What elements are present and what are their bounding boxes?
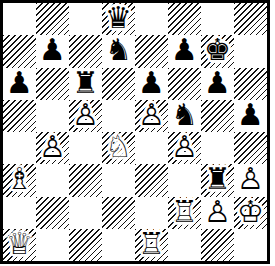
square-h8[interactable] xyxy=(234,3,267,35)
square-d2[interactable] xyxy=(102,197,135,229)
piece-white-queen: ♕ xyxy=(6,229,33,259)
square-b7[interactable]: ♟ xyxy=(36,35,69,67)
piece-white-pawn: ♙ xyxy=(204,197,231,227)
square-a4[interactable] xyxy=(3,132,36,164)
square-f4[interactable]: ♙ xyxy=(168,132,201,164)
square-a3[interactable]: ♗ xyxy=(3,164,36,196)
square-g1[interactable] xyxy=(201,229,234,261)
square-e3[interactable] xyxy=(135,164,168,196)
square-b8[interactable] xyxy=(36,3,69,35)
board-frame: ♛♟♞♟♚♟♜♟♟♙♙♞♟♙♘♙♗♜♙♖♙♔♕♖ xyxy=(0,0,270,264)
piece-white-pawn: ♙ xyxy=(237,164,264,194)
piece-black-pawn: ♟ xyxy=(171,35,198,65)
square-c6[interactable]: ♜ xyxy=(69,68,102,100)
piece-white-pawn: ♙ xyxy=(138,100,165,130)
piece-white-rook: ♖ xyxy=(138,229,165,259)
square-d6[interactable] xyxy=(102,68,135,100)
square-g8[interactable] xyxy=(201,3,234,35)
square-h6[interactable] xyxy=(234,68,267,100)
square-b6[interactable] xyxy=(36,68,69,100)
square-a8[interactable] xyxy=(3,3,36,35)
square-c8[interactable] xyxy=(69,3,102,35)
square-g6[interactable]: ♟ xyxy=(201,68,234,100)
square-a5[interactable] xyxy=(3,100,36,132)
square-e7[interactable] xyxy=(135,35,168,67)
piece-white-pawn: ♙ xyxy=(171,132,198,162)
square-h3[interactable]: ♙ xyxy=(234,164,267,196)
piece-black-rook: ♜ xyxy=(204,164,231,194)
square-f7[interactable]: ♟ xyxy=(168,35,201,67)
square-c2[interactable] xyxy=(69,197,102,229)
square-f6[interactable] xyxy=(168,68,201,100)
piece-black-pawn: ♟ xyxy=(6,68,33,98)
square-a7[interactable] xyxy=(3,35,36,67)
square-h1[interactable] xyxy=(234,229,267,261)
square-c5[interactable]: ♙ xyxy=(69,100,102,132)
square-g4[interactable] xyxy=(201,132,234,164)
square-d1[interactable] xyxy=(102,229,135,261)
square-h5[interactable]: ♟ xyxy=(234,100,267,132)
square-f8[interactable] xyxy=(168,3,201,35)
square-a6[interactable]: ♟ xyxy=(3,68,36,100)
square-e8[interactable] xyxy=(135,3,168,35)
piece-black-queen: ♛ xyxy=(105,3,132,33)
square-f3[interactable] xyxy=(168,164,201,196)
square-c1[interactable] xyxy=(69,229,102,261)
piece-white-pawn: ♙ xyxy=(39,132,66,162)
square-e5[interactable]: ♙ xyxy=(135,100,168,132)
piece-white-knight: ♘ xyxy=(105,132,132,162)
piece-black-king: ♚ xyxy=(204,35,231,65)
square-g3[interactable]: ♜ xyxy=(201,164,234,196)
square-h7[interactable] xyxy=(234,35,267,67)
square-d3[interactable] xyxy=(102,164,135,196)
piece-black-rook: ♜ xyxy=(72,68,99,98)
square-d7[interactable]: ♞ xyxy=(102,35,135,67)
square-f1[interactable] xyxy=(168,229,201,261)
square-g7[interactable]: ♚ xyxy=(201,35,234,67)
square-e2[interactable] xyxy=(135,197,168,229)
piece-white-pawn: ♙ xyxy=(72,100,99,130)
square-a2[interactable] xyxy=(3,197,36,229)
square-e4[interactable] xyxy=(135,132,168,164)
square-g2[interactable]: ♙ xyxy=(201,197,234,229)
square-e6[interactable]: ♟ xyxy=(135,68,168,100)
piece-black-knight: ♞ xyxy=(105,35,132,65)
square-b4[interactable]: ♙ xyxy=(36,132,69,164)
piece-white-king: ♔ xyxy=(237,197,264,227)
piece-white-bishop: ♗ xyxy=(6,164,33,194)
square-d8[interactable]: ♛ xyxy=(102,3,135,35)
square-f5[interactable]: ♞ xyxy=(168,100,201,132)
piece-black-pawn: ♟ xyxy=(138,68,165,98)
square-d5[interactable] xyxy=(102,100,135,132)
square-f2[interactable]: ♖ xyxy=(168,197,201,229)
square-c3[interactable] xyxy=(69,164,102,196)
square-a1[interactable]: ♕ xyxy=(3,229,36,261)
piece-black-pawn: ♟ xyxy=(39,35,66,65)
square-c4[interactable] xyxy=(69,132,102,164)
piece-black-pawn: ♟ xyxy=(204,68,231,98)
piece-black-pawn: ♟ xyxy=(237,100,264,130)
chess-board: ♛♟♞♟♚♟♜♟♟♙♙♞♟♙♘♙♗♜♙♖♙♔♕♖ xyxy=(3,3,267,261)
piece-white-rook: ♖ xyxy=(171,197,198,227)
square-e1[interactable]: ♖ xyxy=(135,229,168,261)
square-b5[interactable] xyxy=(36,100,69,132)
square-h4[interactable] xyxy=(234,132,267,164)
square-g5[interactable] xyxy=(201,100,234,132)
square-d4[interactable]: ♘ xyxy=(102,132,135,164)
square-b2[interactable] xyxy=(36,197,69,229)
square-c7[interactable] xyxy=(69,35,102,67)
square-b3[interactable] xyxy=(36,164,69,196)
piece-black-knight: ♞ xyxy=(171,100,198,130)
square-h2[interactable]: ♔ xyxy=(234,197,267,229)
square-b1[interactable] xyxy=(36,229,69,261)
